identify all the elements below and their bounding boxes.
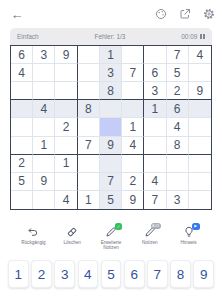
advanced-notes-badge: ✓ — [115, 223, 122, 230]
erase-button[interactable]: Löschen — [53, 226, 92, 254]
number-pad: 123456789 — [8, 260, 214, 288]
cell-r1c8[interactable]: 7 — [167, 46, 189, 64]
cell-r6c7[interactable] — [144, 137, 166, 155]
pause-button[interactable] — [200, 34, 205, 40]
cell-r6c9[interactable] — [189, 137, 211, 155]
cell-r1c6[interactable] — [122, 46, 144, 64]
numpad-button-8[interactable]: 8 — [170, 260, 191, 288]
cell-r2c4[interactable] — [78, 64, 100, 82]
cell-r4c3[interactable] — [55, 100, 77, 118]
cell-r8c9[interactable] — [189, 173, 211, 191]
sudoku-board: 6391744376583294816214179482159724415973 — [10, 45, 212, 210]
back-icon[interactable]: ← — [9, 7, 25, 23]
cell-r3c9[interactable]: 9 — [189, 82, 211, 100]
cell-r7c8[interactable] — [167, 155, 189, 173]
timer: 00:09 — [181, 33, 197, 40]
mistakes-counter: Fehler: 1/3 — [94, 33, 125, 40]
notes-button[interactable]: AUS Notizen — [130, 226, 169, 254]
cell-r5c6[interactable]: 1 — [122, 118, 144, 136]
cell-r4c8[interactable]: 6 — [167, 100, 189, 118]
cell-r7c7[interactable] — [144, 155, 166, 173]
numpad-button-9[interactable]: 9 — [193, 260, 214, 288]
hint-label: Hinweis — [172, 240, 206, 245]
cell-r3c6[interactable] — [122, 82, 144, 100]
cell-r2c8[interactable]: 5 — [167, 64, 189, 82]
cell-r4c6[interactable] — [122, 100, 144, 118]
cell-r8c6[interactable]: 2 — [122, 173, 144, 191]
cell-r7c6[interactable] — [122, 155, 144, 173]
advanced-notes-button[interactable]: ✓ Erweiterte Notizen — [92, 226, 131, 254]
numpad-button-4[interactable]: 4 — [78, 260, 99, 288]
cell-r9c1[interactable] — [11, 191, 33, 209]
difficulty-label: Einfach — [17, 33, 39, 40]
cell-r4c4[interactable]: 8 — [78, 100, 100, 118]
cell-r7c3[interactable]: 1 — [55, 155, 77, 173]
cell-r5c5[interactable] — [100, 118, 122, 136]
cell-r2c9[interactable] — [189, 64, 211, 82]
cell-r1c1[interactable]: 6 — [11, 46, 33, 64]
cell-r7c1[interactable]: 2 — [11, 155, 33, 173]
cell-r8c4[interactable] — [78, 173, 100, 191]
cell-r1c2[interactable]: 3 — [33, 46, 55, 64]
numpad-button-3[interactable]: 3 — [54, 260, 75, 288]
cell-r9c5[interactable]: 5 — [100, 191, 122, 209]
numpad-button-5[interactable]: 5 — [101, 260, 122, 288]
cell-r2c6[interactable]: 7 — [122, 64, 144, 82]
cell-r1c9[interactable]: 4 — [189, 46, 211, 64]
cell-r2c1[interactable]: 4 — [11, 64, 33, 82]
cell-r5c7[interactable] — [144, 118, 166, 136]
cell-r9c7[interactable]: 7 — [144, 191, 166, 209]
cell-r6c5[interactable]: 9 — [100, 137, 122, 155]
cell-r5c2[interactable] — [33, 118, 55, 136]
cell-r9c6[interactable]: 9 — [122, 191, 144, 209]
cell-r9c4[interactable]: 1 — [78, 191, 100, 209]
cell-r6c3[interactable] — [55, 137, 77, 155]
cell-r5c9[interactable] — [189, 118, 211, 136]
hint-badge: ▶ — [192, 223, 200, 230]
palette-icon[interactable] — [155, 8, 167, 20]
cell-r6c4[interactable]: 7 — [78, 137, 100, 155]
cell-r3c2[interactable] — [33, 82, 55, 100]
undo-label: Rückgängig — [16, 240, 50, 245]
cell-r3c3[interactable] — [55, 82, 77, 100]
advanced-notes-label: Erweiterte Notizen — [94, 240, 128, 250]
cell-r5c8[interactable]: 4 — [167, 118, 189, 136]
cell-r2c3[interactable] — [55, 64, 77, 82]
cell-r2c5[interactable]: 3 — [100, 64, 122, 82]
cell-r8c5[interactable]: 7 — [100, 173, 122, 191]
pencil-icon: AUS — [144, 226, 156, 238]
cell-r6c2[interactable]: 1 — [33, 137, 55, 155]
cell-r3c5[interactable]: 8 — [100, 82, 122, 100]
erase-label: Löschen — [55, 240, 89, 245]
hint-button[interactable]: ▶ Hinweis — [169, 226, 208, 254]
cell-r1c4[interactable] — [78, 46, 100, 64]
cell-r5c1[interactable] — [11, 118, 33, 136]
cell-r4c9[interactable] — [189, 100, 211, 118]
cell-r4c7[interactable]: 1 — [144, 100, 166, 118]
numpad-button-7[interactable]: 7 — [147, 260, 168, 288]
cell-r8c1[interactable]: 5 — [11, 173, 33, 191]
app-bar: ← — [0, 0, 222, 26]
undo-button[interactable]: Rückgängig — [14, 226, 53, 254]
cell-r4c5[interactable] — [100, 100, 122, 118]
cell-r9c2[interactable] — [33, 191, 55, 209]
cell-r9c9[interactable] — [189, 191, 211, 209]
cell-r4c2[interactable]: 4 — [33, 100, 55, 118]
cell-r8c2[interactable]: 9 — [33, 173, 55, 191]
cell-r8c8[interactable] — [167, 173, 189, 191]
cell-r7c9[interactable] — [189, 155, 211, 173]
cell-r6c8[interactable]: 8 — [167, 137, 189, 155]
cell-r7c2[interactable] — [33, 155, 55, 173]
numpad-button-1[interactable]: 1 — [8, 260, 29, 288]
cell-r3c8[interactable]: 2 — [167, 82, 189, 100]
settings-gear-icon[interactable] — [203, 8, 215, 20]
cell-r8c7[interactable]: 4 — [144, 173, 166, 191]
undo-icon — [27, 226, 39, 238]
cell-r8c3[interactable] — [55, 173, 77, 191]
cell-r6c6[interactable]: 4 — [122, 137, 144, 155]
cell-r9c3[interactable]: 4 — [55, 191, 77, 209]
cell-r3c4[interactable] — [78, 82, 100, 100]
cell-r7c5[interactable] — [100, 155, 122, 173]
cell-r3c1[interactable] — [11, 82, 33, 100]
game-header: Einfach Fehler: 1/3 00:09 — [10, 28, 212, 45]
cell-r6c1[interactable] — [11, 137, 33, 155]
cell-r1c5[interactable]: 1 — [100, 46, 122, 64]
eraser-icon — [66, 226, 78, 238]
cell-r9c8[interactable]: 3 — [167, 191, 189, 209]
cell-r2c2[interactable] — [33, 64, 55, 82]
toolbar: Rückgängig Löschen ✓ Erweiterte Notizen — [14, 226, 208, 254]
cell-r4c1[interactable] — [11, 100, 33, 118]
numpad-button-6[interactable]: 6 — [124, 260, 145, 288]
cell-r1c3[interactable]: 9 — [55, 46, 77, 64]
numpad-button-2[interactable]: 2 — [31, 260, 52, 288]
share-icon[interactable] — [179, 8, 191, 20]
cell-r3c7[interactable]: 3 — [144, 82, 166, 100]
notes-off-badge: AUS — [151, 223, 161, 229]
cell-r7c4[interactable] — [78, 155, 100, 173]
lightbulb-icon: ▶ — [183, 226, 195, 238]
notes-label: Notizen — [133, 240, 167, 245]
cell-r1c7[interactable] — [144, 46, 166, 64]
cell-r5c3[interactable]: 2 — [55, 118, 77, 136]
cell-r2c7[interactable]: 6 — [144, 64, 166, 82]
pencil-icon: ✓ — [105, 226, 117, 238]
cell-r5c4[interactable] — [78, 118, 100, 136]
